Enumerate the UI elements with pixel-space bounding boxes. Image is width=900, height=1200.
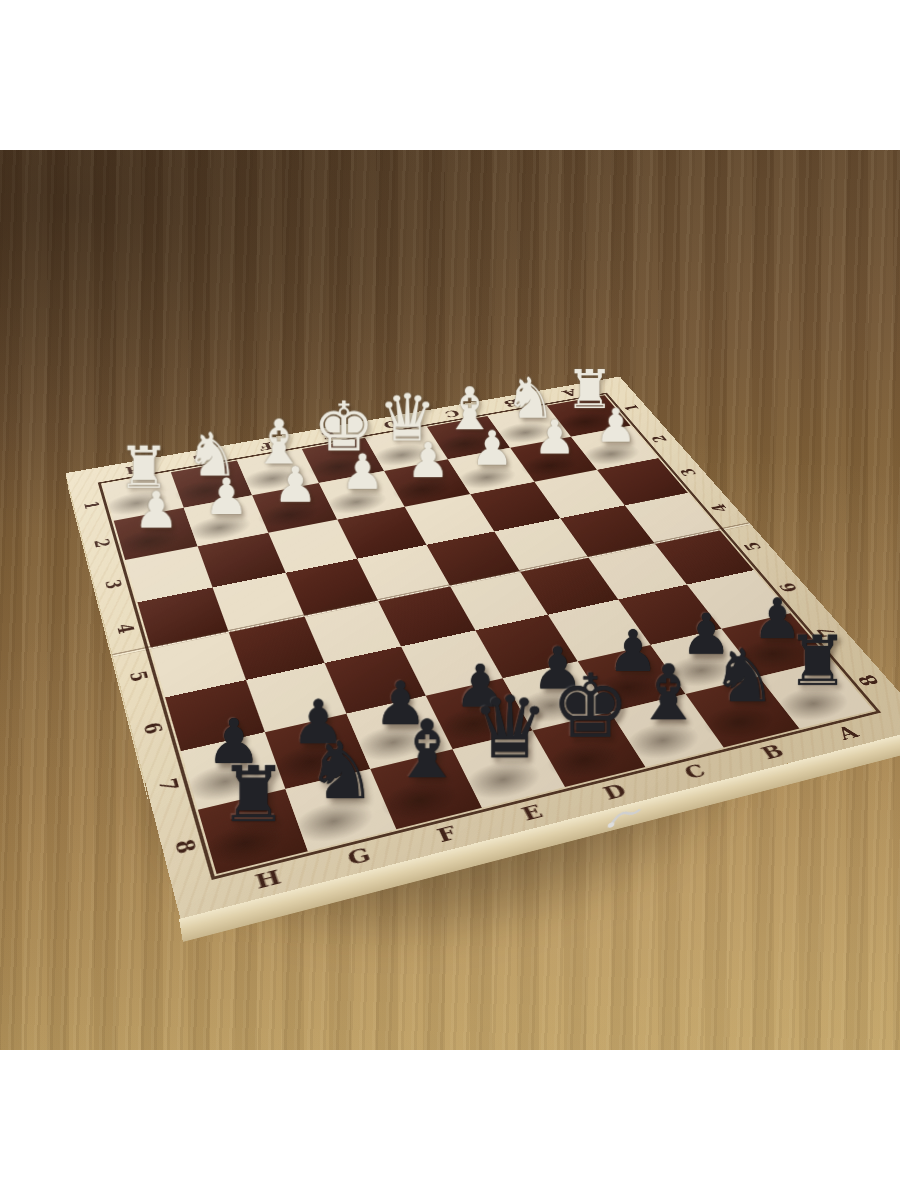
table-surface: HGFEDCBA1♜♞♝♚♛♝♞♜12♟♟♟♟♟♟♟♟2334455667♟♟♟… — [0, 150, 900, 1050]
white-band-top — [0, 0, 900, 150]
piece-black-rook-h8: ♜ — [194, 756, 311, 833]
border-corner — [66, 467, 103, 490]
product-photo: HGFEDCBA1♜♞♝♚♛♝♞♜12♟♟♟♟♟♟♟♟2334455667♟♟♟… — [0, 0, 900, 1200]
white-band-bottom — [0, 1050, 900, 1200]
piece-white-pawn-h2: ♟ — [110, 484, 202, 535]
